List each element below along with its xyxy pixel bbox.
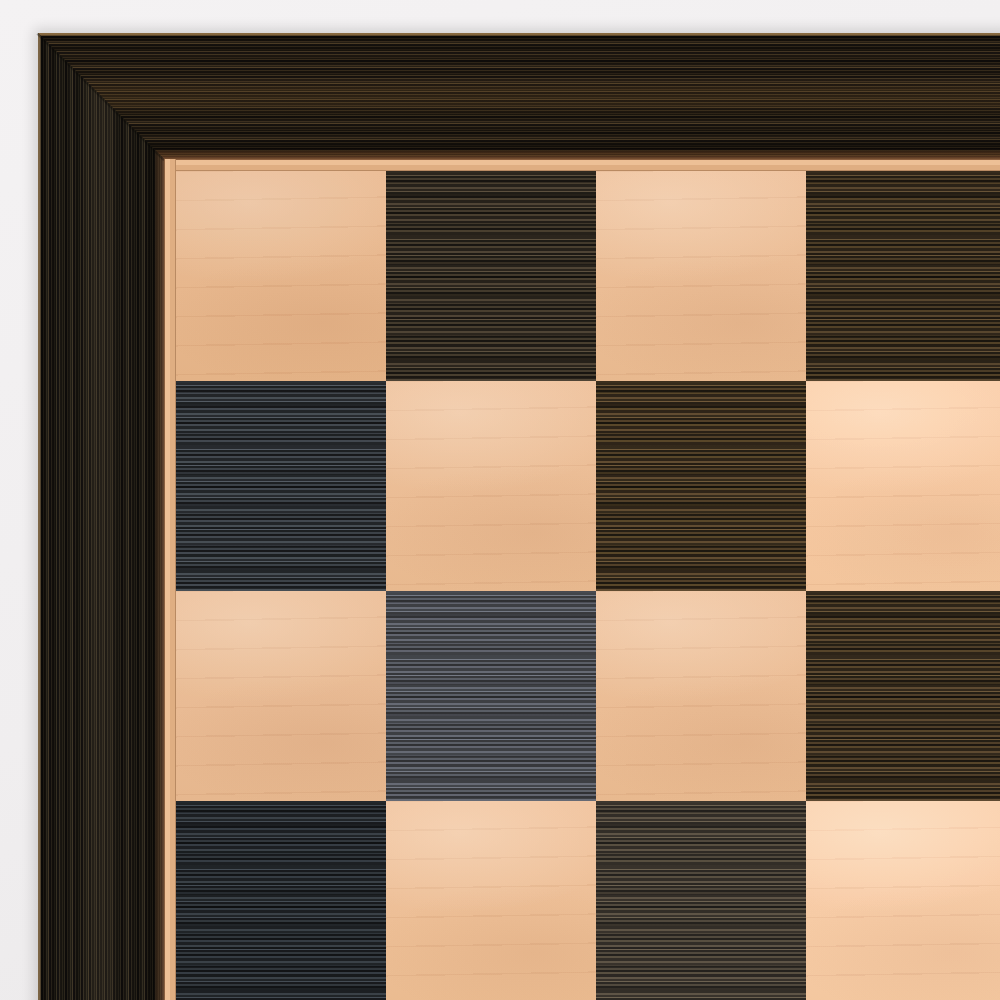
square-a7 bbox=[176, 381, 386, 591]
board-frame-top bbox=[38, 33, 1000, 159]
square-c6 bbox=[596, 591, 806, 801]
chessboard bbox=[38, 33, 1000, 1000]
square-b5 bbox=[386, 801, 596, 1000]
square-b7 bbox=[386, 381, 596, 591]
maple-fillet-top bbox=[164, 159, 1000, 171]
square-a5 bbox=[176, 801, 386, 1000]
square-a8 bbox=[176, 171, 386, 381]
square-b6 bbox=[386, 591, 596, 801]
square-c5 bbox=[596, 801, 806, 1000]
board-grid bbox=[176, 171, 1000, 1000]
product-photo-background bbox=[0, 0, 1000, 1000]
square-c8 bbox=[596, 171, 806, 381]
square-d7 bbox=[806, 381, 1000, 591]
square-d6 bbox=[806, 591, 1000, 801]
board-frame-left bbox=[38, 33, 164, 1000]
square-d8 bbox=[806, 171, 1000, 381]
square-b8 bbox=[386, 171, 596, 381]
square-d5 bbox=[806, 801, 1000, 1000]
square-a6 bbox=[176, 591, 386, 801]
maple-fillet-left bbox=[164, 159, 176, 1000]
square-c7 bbox=[596, 381, 806, 591]
